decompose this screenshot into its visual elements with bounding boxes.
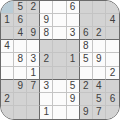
cell-r3c9[interactable] (106, 27, 119, 40)
cell-r8c4[interactable] (40, 93, 53, 106)
cell-r3c4[interactable]: 8 (40, 27, 53, 40)
cell-r4c5[interactable] (53, 40, 66, 53)
cell-r2c9[interactable]: 4 (106, 14, 119, 27)
cell-r1c1[interactable] (1, 1, 14, 14)
cell-r4c4[interactable] (40, 40, 53, 53)
cell-r1c3[interactable]: 2 (27, 1, 40, 14)
cell-r8c9[interactable]: 6 (106, 93, 119, 106)
cell-r6c5[interactable] (53, 67, 66, 80)
cell-r5c9[interactable] (106, 53, 119, 66)
cell-r8c7[interactable] (80, 93, 93, 106)
cell-r1c8[interactable] (93, 1, 106, 14)
cell-r5c7[interactable]: 5 (80, 53, 93, 66)
cell-r5c3[interactable]: 3 (27, 53, 40, 66)
cell-r1c6[interactable]: 6 (67, 1, 80, 14)
cell-r6c2[interactable] (14, 67, 27, 80)
cell-r7c6[interactable]: 5 (67, 80, 80, 93)
cell-r3c7[interactable]: 6 (80, 27, 93, 40)
cell-r8c5[interactable] (53, 93, 66, 106)
cell-r3c6[interactable]: 3 (67, 27, 80, 40)
cell-r7c7[interactable]: 2 (80, 80, 93, 93)
cell-r8c1[interactable]: 2 (1, 93, 14, 106)
cell-r9c7[interactable]: 9 (80, 106, 93, 119)
cell-r2c2[interactable]: 6 (14, 14, 27, 27)
cell-r2c6[interactable] (67, 14, 80, 27)
cell-r7c5[interactable] (53, 80, 66, 93)
cell-r7c4[interactable]: 3 (40, 80, 53, 93)
cell-r5c6[interactable]: 1 (67, 53, 80, 66)
cell-r3c3[interactable]: 9 (27, 27, 40, 40)
cell-r2c5[interactable] (53, 14, 66, 27)
cell-r9c4[interactable]: 1 (40, 106, 53, 119)
cell-r6c7[interactable] (80, 67, 93, 80)
cell-r1c7[interactable] (80, 1, 93, 14)
cell-r8c3[interactable] (27, 93, 40, 106)
cell-r3c1[interactable] (1, 27, 14, 40)
cell-r2c7[interactable] (80, 14, 93, 27)
cell-r4c8[interactable] (93, 40, 106, 53)
cell-r9c6[interactable] (67, 106, 80, 119)
cell-r8c2[interactable] (14, 93, 27, 106)
cell-r1c2[interactable]: 5 (14, 1, 27, 14)
cell-r5c4[interactable]: 2 (40, 53, 53, 66)
cell-r3c2[interactable]: 4 (14, 27, 27, 40)
cell-r2c3[interactable] (27, 14, 40, 27)
cell-r6c3[interactable]: 1 (27, 67, 40, 80)
cell-r5c1[interactable] (1, 53, 14, 66)
cell-r6c4[interactable] (40, 67, 53, 80)
cell-r4c9[interactable] (106, 40, 119, 53)
cell-r7c9[interactable] (106, 80, 119, 93)
cell-r7c3[interactable]: 7 (27, 80, 40, 93)
cell-r9c8[interactable]: 7 (93, 106, 106, 119)
cell-r7c8[interactable]: 4 (93, 80, 106, 93)
sudoku-board: 526169449836248832159129735242956197 (0, 0, 120, 120)
cell-r9c9[interactable] (106, 106, 119, 119)
cell-r4c1[interactable]: 4 (1, 40, 14, 53)
cell-r8c6[interactable]: 9 (67, 93, 80, 106)
cell-r5c8[interactable]: 9 (93, 53, 106, 66)
cell-r7c1[interactable] (1, 80, 14, 93)
cell-r1c5[interactable] (53, 1, 66, 14)
cell-r2c8[interactable] (93, 14, 106, 27)
cell-r1c4[interactable] (40, 1, 53, 14)
cell-r9c1[interactable] (1, 106, 14, 119)
cell-r9c2[interactable] (14, 106, 27, 119)
cell-r4c7[interactable]: 8 (80, 40, 93, 53)
cell-r4c6[interactable] (67, 40, 80, 53)
cell-r4c3[interactable] (27, 40, 40, 53)
cell-r7c2[interactable]: 9 (14, 80, 27, 93)
cell-r3c8[interactable]: 2 (93, 27, 106, 40)
cell-r5c2[interactable]: 8 (14, 53, 27, 66)
cell-r6c6[interactable] (67, 67, 80, 80)
cell-r4c2[interactable] (14, 40, 27, 53)
cell-r5c5[interactable] (53, 53, 66, 66)
cell-r6c9[interactable]: 2 (106, 67, 119, 80)
cell-r9c5[interactable] (53, 106, 66, 119)
cell-r6c1[interactable] (1, 67, 14, 80)
cell-r8c8[interactable]: 5 (93, 93, 106, 106)
cell-r6c8[interactable] (93, 67, 106, 80)
cell-r3c5[interactable] (53, 27, 66, 40)
cell-r9c3[interactable] (27, 106, 40, 119)
cell-r2c4[interactable]: 9 (40, 14, 53, 27)
cell-r1c9[interactable] (106, 1, 119, 14)
cell-r2c1[interactable]: 1 (1, 14, 14, 27)
